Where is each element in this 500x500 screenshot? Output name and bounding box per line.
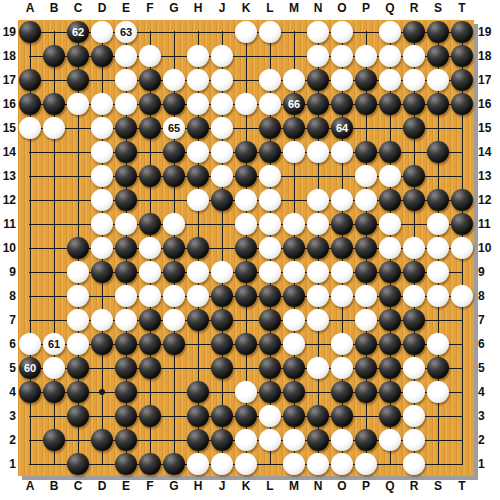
board-point-O9[interactable] (330, 260, 354, 284)
board-point-N7[interactable] (306, 308, 330, 332)
board-point-D16[interactable] (90, 92, 114, 116)
board-point-F12[interactable] (138, 188, 162, 212)
board-point-B10[interactable] (42, 236, 66, 260)
board-point-T16[interactable] (450, 92, 474, 116)
board-point-J10[interactable] (210, 236, 234, 260)
board-point-C15[interactable] (66, 116, 90, 140)
board-point-R16[interactable] (402, 92, 426, 116)
board-point-K1[interactable] (234, 452, 258, 476)
board-point-M2[interactable] (282, 428, 306, 452)
board-point-M9[interactable] (282, 260, 306, 284)
board-point-R10[interactable] (402, 236, 426, 260)
board-point-L1[interactable] (258, 452, 282, 476)
board-point-P5[interactable] (354, 356, 378, 380)
board-point-E7[interactable] (114, 308, 138, 332)
board-point-E9[interactable] (114, 260, 138, 284)
board-point-S9[interactable] (426, 260, 450, 284)
board-point-R4[interactable] (402, 380, 426, 404)
board-point-M11[interactable] (282, 212, 306, 236)
board-point-A5[interactable]: 60 (18, 356, 42, 380)
board-point-L4[interactable] (258, 380, 282, 404)
board-point-A16[interactable] (18, 92, 42, 116)
board-point-C8[interactable] (66, 284, 90, 308)
board-point-D3[interactable] (90, 404, 114, 428)
board-point-B9[interactable] (42, 260, 66, 284)
board-point-A14[interactable] (18, 140, 42, 164)
board-point-G10[interactable] (162, 236, 186, 260)
board-point-E3[interactable] (114, 404, 138, 428)
board-point-L10[interactable] (258, 236, 282, 260)
board-point-H4[interactable] (186, 380, 210, 404)
board-point-H19[interactable] (186, 20, 210, 44)
board-point-K5[interactable] (234, 356, 258, 380)
board-point-C18[interactable] (66, 44, 90, 68)
board-point-J11[interactable] (210, 212, 234, 236)
board-point-C3[interactable] (66, 404, 90, 428)
board-point-S17[interactable] (426, 68, 450, 92)
board-point-M10[interactable] (282, 236, 306, 260)
board-point-F9[interactable] (138, 260, 162, 284)
board-point-R18[interactable] (402, 44, 426, 68)
board-point-C11[interactable] (66, 212, 90, 236)
board-point-Q11[interactable] (378, 212, 402, 236)
board-point-R9[interactable] (402, 260, 426, 284)
board-point-E17[interactable] (114, 68, 138, 92)
board-point-E6[interactable] (114, 332, 138, 356)
board-point-O14[interactable] (330, 140, 354, 164)
board-point-H15[interactable] (186, 116, 210, 140)
board-point-S7[interactable] (426, 308, 450, 332)
board-point-M3[interactable] (282, 404, 306, 428)
board-point-D11[interactable] (90, 212, 114, 236)
board-point-B16[interactable] (42, 92, 66, 116)
board-point-K16[interactable] (234, 92, 258, 116)
board-point-B19[interactable] (42, 20, 66, 44)
board-point-J3[interactable] (210, 404, 234, 428)
board-point-A18[interactable] (18, 44, 42, 68)
board-point-K12[interactable] (234, 188, 258, 212)
board-point-L9[interactable] (258, 260, 282, 284)
board-point-T14[interactable] (450, 140, 474, 164)
board-point-C9[interactable] (66, 260, 90, 284)
board-point-S12[interactable] (426, 188, 450, 212)
board-point-G1[interactable] (162, 452, 186, 476)
board-point-K3[interactable] (234, 404, 258, 428)
board-point-Q15[interactable] (378, 116, 402, 140)
board-point-J6[interactable] (210, 332, 234, 356)
board-point-O18[interactable] (330, 44, 354, 68)
board-point-T3[interactable] (450, 404, 474, 428)
board-point-O16[interactable] (330, 92, 354, 116)
board-point-Q4[interactable] (378, 380, 402, 404)
board-point-O17[interactable] (330, 68, 354, 92)
board-point-E13[interactable] (114, 164, 138, 188)
board-point-L12[interactable] (258, 188, 282, 212)
board-point-K6[interactable] (234, 332, 258, 356)
board-point-E15[interactable] (114, 116, 138, 140)
board-point-H5[interactable] (186, 356, 210, 380)
board-point-Q2[interactable] (378, 428, 402, 452)
board-point-A7[interactable] (18, 308, 42, 332)
board-point-P3[interactable] (354, 404, 378, 428)
board-point-Q1[interactable] (378, 452, 402, 476)
board-point-J7[interactable] (210, 308, 234, 332)
board-point-F5[interactable] (138, 356, 162, 380)
board-point-L19[interactable] (258, 20, 282, 44)
board-point-L3[interactable] (258, 404, 282, 428)
board-point-B7[interactable] (42, 308, 66, 332)
board-point-R2[interactable] (402, 428, 426, 452)
board-point-S5[interactable] (426, 356, 450, 380)
board-point-H11[interactable] (186, 212, 210, 236)
board-point-K4[interactable] (234, 380, 258, 404)
board-point-S18[interactable] (426, 44, 450, 68)
board-point-J12[interactable] (210, 188, 234, 212)
board-point-A3[interactable] (18, 404, 42, 428)
board-point-J15[interactable] (210, 116, 234, 140)
board-point-B4[interactable] (42, 380, 66, 404)
board-point-K13[interactable] (234, 164, 258, 188)
board-point-J16[interactable] (210, 92, 234, 116)
board-point-Q12[interactable] (378, 188, 402, 212)
board-point-Q18[interactable] (378, 44, 402, 68)
board-point-T4[interactable] (450, 380, 474, 404)
board-point-B17[interactable] (42, 68, 66, 92)
board-point-H6[interactable] (186, 332, 210, 356)
board-point-G2[interactable] (162, 428, 186, 452)
board-point-L16[interactable] (258, 92, 282, 116)
board-point-L2[interactable] (258, 428, 282, 452)
board-point-A9[interactable] (18, 260, 42, 284)
board-point-B8[interactable] (42, 284, 66, 308)
board-point-M19[interactable] (282, 20, 306, 44)
board-point-R7[interactable] (402, 308, 426, 332)
board-point-H1[interactable] (186, 452, 210, 476)
board-point-A12[interactable] (18, 188, 42, 212)
board-point-C19[interactable]: 62 (66, 20, 90, 44)
board-point-G15[interactable]: 65 (162, 116, 186, 140)
board-point-J8[interactable] (210, 284, 234, 308)
board-point-S16[interactable] (426, 92, 450, 116)
board-point-J17[interactable] (210, 68, 234, 92)
board-point-G17[interactable] (162, 68, 186, 92)
board-point-D18[interactable] (90, 44, 114, 68)
board-point-F13[interactable] (138, 164, 162, 188)
board-point-H9[interactable] (186, 260, 210, 284)
board-point-L14[interactable] (258, 140, 282, 164)
board-point-R3[interactable] (402, 404, 426, 428)
board-point-B14[interactable] (42, 140, 66, 164)
board-point-F11[interactable] (138, 212, 162, 236)
board-point-R14[interactable] (402, 140, 426, 164)
board-point-P6[interactable] (354, 332, 378, 356)
board-point-P12[interactable] (354, 188, 378, 212)
board-point-N3[interactable] (306, 404, 330, 428)
board-point-O7[interactable] (330, 308, 354, 332)
board-point-S3[interactable] (426, 404, 450, 428)
board-point-S2[interactable] (426, 428, 450, 452)
board-point-C1[interactable] (66, 452, 90, 476)
board-point-L6[interactable] (258, 332, 282, 356)
board-point-L17[interactable] (258, 68, 282, 92)
board-point-P14[interactable] (354, 140, 378, 164)
board-point-B3[interactable] (42, 404, 66, 428)
board-point-P4[interactable] (354, 380, 378, 404)
board-point-K9[interactable] (234, 260, 258, 284)
board-point-F2[interactable] (138, 428, 162, 452)
board-point-T2[interactable] (450, 428, 474, 452)
board-point-M4[interactable] (282, 380, 306, 404)
board-point-J5[interactable] (210, 356, 234, 380)
board-point-B2[interactable] (42, 428, 66, 452)
board-point-O6[interactable] (330, 332, 354, 356)
board-point-S11[interactable] (426, 212, 450, 236)
board-point-K11[interactable] (234, 212, 258, 236)
board-point-E10[interactable] (114, 236, 138, 260)
board-point-R17[interactable] (402, 68, 426, 92)
board-point-D10[interactable] (90, 236, 114, 260)
board-point-C2[interactable] (66, 428, 90, 452)
board-point-Q3[interactable] (378, 404, 402, 428)
board-point-G7[interactable] (162, 308, 186, 332)
board-point-G9[interactable] (162, 260, 186, 284)
board-point-M15[interactable] (282, 116, 306, 140)
board-point-F15[interactable] (138, 116, 162, 140)
board-point-O13[interactable] (330, 164, 354, 188)
board-point-K19[interactable] (234, 20, 258, 44)
board-point-O19[interactable] (330, 20, 354, 44)
board-point-O2[interactable] (330, 428, 354, 452)
board-point-H8[interactable] (186, 284, 210, 308)
board-point-N16[interactable] (306, 92, 330, 116)
board-point-H13[interactable] (186, 164, 210, 188)
board-point-H12[interactable] (186, 188, 210, 212)
board-point-H18[interactable] (186, 44, 210, 68)
board-point-A17[interactable] (18, 68, 42, 92)
board-point-J18[interactable] (210, 44, 234, 68)
board-point-B13[interactable] (42, 164, 66, 188)
board-point-P9[interactable] (354, 260, 378, 284)
board-point-A4[interactable] (18, 380, 42, 404)
board-point-C5[interactable] (66, 356, 90, 380)
board-point-D17[interactable] (90, 68, 114, 92)
board-point-F7[interactable] (138, 308, 162, 332)
board-point-N2[interactable] (306, 428, 330, 452)
board-point-B6[interactable]: 61 (42, 332, 66, 356)
board-point-F6[interactable] (138, 332, 162, 356)
board-point-T11[interactable] (450, 212, 474, 236)
board-point-F17[interactable] (138, 68, 162, 92)
board-point-C14[interactable] (66, 140, 90, 164)
board-point-K18[interactable] (234, 44, 258, 68)
board-point-N19[interactable] (306, 20, 330, 44)
board-point-G11[interactable] (162, 212, 186, 236)
board-point-L8[interactable] (258, 284, 282, 308)
board-point-M8[interactable] (282, 284, 306, 308)
board-point-E5[interactable] (114, 356, 138, 380)
board-point-S15[interactable] (426, 116, 450, 140)
board-point-T5[interactable] (450, 356, 474, 380)
board-point-K2[interactable] (234, 428, 258, 452)
board-point-Q5[interactable] (378, 356, 402, 380)
board-point-N17[interactable] (306, 68, 330, 92)
board-point-P2[interactable] (354, 428, 378, 452)
board-point-O11[interactable] (330, 212, 354, 236)
board-point-D15[interactable] (90, 116, 114, 140)
board-point-J2[interactable] (210, 428, 234, 452)
board-point-M1[interactable] (282, 452, 306, 476)
board-point-T7[interactable] (450, 308, 474, 332)
board-point-M18[interactable] (282, 44, 306, 68)
board-point-A19[interactable] (18, 20, 42, 44)
board-point-K7[interactable] (234, 308, 258, 332)
board-point-G5[interactable] (162, 356, 186, 380)
board-point-P11[interactable] (354, 212, 378, 236)
board-point-D12[interactable] (90, 188, 114, 212)
board-point-M13[interactable] (282, 164, 306, 188)
board-point-F19[interactable] (138, 20, 162, 44)
board-point-L15[interactable] (258, 116, 282, 140)
board-point-A10[interactable] (18, 236, 42, 260)
board-point-P16[interactable] (354, 92, 378, 116)
board-point-M7[interactable] (282, 308, 306, 332)
board-point-S13[interactable] (426, 164, 450, 188)
board-point-T6[interactable] (450, 332, 474, 356)
board-point-G4[interactable] (162, 380, 186, 404)
board-point-N15[interactable] (306, 116, 330, 140)
board-point-R19[interactable] (402, 20, 426, 44)
board-point-Q19[interactable] (378, 20, 402, 44)
board-point-O12[interactable] (330, 188, 354, 212)
board-point-D5[interactable] (90, 356, 114, 380)
board-point-E4[interactable] (114, 380, 138, 404)
board-point-Q7[interactable] (378, 308, 402, 332)
board-point-T18[interactable] (450, 44, 474, 68)
board-point-P18[interactable] (354, 44, 378, 68)
board-point-S19[interactable] (426, 20, 450, 44)
board-point-J14[interactable] (210, 140, 234, 164)
board-point-B12[interactable] (42, 188, 66, 212)
board-point-J4[interactable] (210, 380, 234, 404)
board-point-T1[interactable] (450, 452, 474, 476)
board-point-D8[interactable] (90, 284, 114, 308)
board-point-C10[interactable] (66, 236, 90, 260)
board-point-E16[interactable] (114, 92, 138, 116)
board-point-B18[interactable] (42, 44, 66, 68)
board-point-Q6[interactable] (378, 332, 402, 356)
board-point-T19[interactable] (450, 20, 474, 44)
board-point-P13[interactable] (354, 164, 378, 188)
board-point-D9[interactable] (90, 260, 114, 284)
board-point-M17[interactable] (282, 68, 306, 92)
board-point-D2[interactable] (90, 428, 114, 452)
board-point-R8[interactable] (402, 284, 426, 308)
board-point-T8[interactable] (450, 284, 474, 308)
board-point-H14[interactable] (186, 140, 210, 164)
board-point-L5[interactable] (258, 356, 282, 380)
board-point-N6[interactable] (306, 332, 330, 356)
board-point-Q14[interactable] (378, 140, 402, 164)
board-point-R1[interactable] (402, 452, 426, 476)
board-point-O8[interactable] (330, 284, 354, 308)
board-point-G3[interactable] (162, 404, 186, 428)
board-point-P8[interactable] (354, 284, 378, 308)
board-point-C17[interactable] (66, 68, 90, 92)
board-point-F3[interactable] (138, 404, 162, 428)
board-point-O4[interactable] (330, 380, 354, 404)
board-point-T10[interactable] (450, 236, 474, 260)
board-point-E12[interactable] (114, 188, 138, 212)
board-point-S10[interactable] (426, 236, 450, 260)
board-point-N11[interactable] (306, 212, 330, 236)
board-point-C16[interactable] (66, 92, 90, 116)
board-point-P1[interactable] (354, 452, 378, 476)
board-point-H3[interactable] (186, 404, 210, 428)
board-point-M6[interactable] (282, 332, 306, 356)
board-point-A13[interactable] (18, 164, 42, 188)
board-point-J9[interactable] (210, 260, 234, 284)
board-point-O5[interactable] (330, 356, 354, 380)
board-point-O10[interactable] (330, 236, 354, 260)
board-point-A6[interactable] (18, 332, 42, 356)
board-point-J19[interactable] (210, 20, 234, 44)
board-point-S4[interactable] (426, 380, 450, 404)
board-point-Q10[interactable] (378, 236, 402, 260)
board-point-K14[interactable] (234, 140, 258, 164)
board-point-P10[interactable] (354, 236, 378, 260)
board-point-R11[interactable] (402, 212, 426, 236)
board-point-A8[interactable] (18, 284, 42, 308)
board-point-K10[interactable] (234, 236, 258, 260)
board-point-A2[interactable] (18, 428, 42, 452)
board-point-T17[interactable] (450, 68, 474, 92)
board-point-D7[interactable] (90, 308, 114, 332)
board-point-S14[interactable] (426, 140, 450, 164)
board-point-O3[interactable] (330, 404, 354, 428)
board-point-N9[interactable] (306, 260, 330, 284)
board-point-E1[interactable] (114, 452, 138, 476)
board-point-F14[interactable] (138, 140, 162, 164)
board-point-G18[interactable] (162, 44, 186, 68)
board-point-H7[interactable] (186, 308, 210, 332)
board-point-O15[interactable]: 64 (330, 116, 354, 140)
board-point-F1[interactable] (138, 452, 162, 476)
board-point-T9[interactable] (450, 260, 474, 284)
board-point-B1[interactable] (42, 452, 66, 476)
board-point-Q16[interactable] (378, 92, 402, 116)
board-point-F10[interactable] (138, 236, 162, 260)
board-point-C12[interactable] (66, 188, 90, 212)
board-point-F4[interactable] (138, 380, 162, 404)
board-point-D4[interactable] (90, 380, 114, 404)
board-point-H2[interactable] (186, 428, 210, 452)
board-point-L13[interactable] (258, 164, 282, 188)
board-point-B5[interactable] (42, 356, 66, 380)
board-point-S1[interactable] (426, 452, 450, 476)
board-point-M12[interactable] (282, 188, 306, 212)
board-point-S8[interactable] (426, 284, 450, 308)
board-point-R15[interactable] (402, 116, 426, 140)
board-point-F8[interactable] (138, 284, 162, 308)
board-point-M14[interactable] (282, 140, 306, 164)
board-point-C4[interactable] (66, 380, 90, 404)
board-point-Q17[interactable] (378, 68, 402, 92)
board-point-C13[interactable] (66, 164, 90, 188)
board-point-P15[interactable] (354, 116, 378, 140)
board-point-M5[interactable] (282, 356, 306, 380)
board-point-G14[interactable] (162, 140, 186, 164)
board-point-G8[interactable] (162, 284, 186, 308)
